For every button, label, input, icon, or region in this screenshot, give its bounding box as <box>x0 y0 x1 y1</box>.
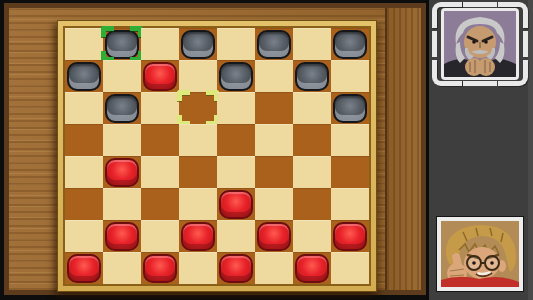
board-cell[interactable] <box>255 92 293 124</box>
board-cell[interactable] <box>217 188 255 220</box>
board-cell[interactable] <box>103 220 141 252</box>
board-cell[interactable] <box>217 252 255 284</box>
black-checker[interactable] <box>333 94 367 123</box>
board-cell[interactable] <box>217 124 255 156</box>
board-cell[interactable] <box>141 220 179 252</box>
board-cell[interactable] <box>331 124 369 156</box>
board-cell[interactable] <box>141 252 179 284</box>
red-checker[interactable] <box>219 254 253 283</box>
board-cell[interactable] <box>179 124 217 156</box>
board-cell[interactable] <box>255 156 293 188</box>
board-cell[interactable] <box>255 28 293 60</box>
red-checker[interactable] <box>181 222 215 251</box>
opponent-portrait-elderly-man-icon <box>441 8 519 80</box>
board-cell[interactable] <box>141 60 179 92</box>
board-cell[interactable] <box>217 60 255 92</box>
board-cell[interactable] <box>293 60 331 92</box>
board-cell[interactable] <box>179 92 217 124</box>
board-cell[interactable] <box>179 220 217 252</box>
black-checker[interactable] <box>181 30 215 59</box>
board-cell[interactable] <box>65 28 103 60</box>
board-cell[interactable] <box>65 220 103 252</box>
board-cell[interactable] <box>179 60 217 92</box>
board-cell[interactable] <box>331 92 369 124</box>
board-cell[interactable] <box>65 60 103 92</box>
board-cell[interactable] <box>331 28 369 60</box>
red-checker[interactable] <box>67 254 101 283</box>
board-cell[interactable] <box>331 252 369 284</box>
board-cell[interactable] <box>65 124 103 156</box>
board-cell[interactable] <box>103 252 141 284</box>
board-cell[interactable] <box>217 92 255 124</box>
player-portrait-boy-thumbs-up-icon <box>441 221 519 287</box>
board-cell[interactable] <box>331 188 369 220</box>
board-cell[interactable] <box>103 124 141 156</box>
board-cell[interactable] <box>141 92 179 124</box>
board-cell[interactable] <box>103 156 141 188</box>
cursor-brackets <box>177 90 219 126</box>
frame-edge <box>523 31 528 57</box>
black-checker[interactable] <box>67 62 101 91</box>
black-checker[interactable] <box>333 30 367 59</box>
black-checker[interactable] <box>295 62 329 91</box>
red-checker[interactable] <box>105 222 139 251</box>
board-cell[interactable] <box>141 156 179 188</box>
frame-edge <box>463 2 497 7</box>
board-cell[interactable] <box>331 220 369 252</box>
board-cell[interactable] <box>179 28 217 60</box>
red-checker[interactable] <box>105 158 139 187</box>
board-cell[interactable] <box>103 92 141 124</box>
board-cell[interactable] <box>255 124 293 156</box>
board-cell[interactable] <box>179 188 217 220</box>
board-cell[interactable] <box>103 188 141 220</box>
frame-edge <box>463 81 497 86</box>
player-portrait-frame <box>436 216 524 292</box>
board-cell[interactable] <box>179 252 217 284</box>
red-checker[interactable] <box>295 254 329 283</box>
red-checker[interactable] <box>143 62 177 91</box>
board-cell[interactable] <box>65 252 103 284</box>
opponent-portrait-frame <box>432 2 528 86</box>
board-cell[interactable] <box>141 124 179 156</box>
checkers-board[interactable] <box>65 28 369 284</box>
board-cell[interactable] <box>293 156 331 188</box>
game-screen <box>0 0 533 300</box>
board-cell[interactable] <box>141 188 179 220</box>
board-cell[interactable] <box>65 92 103 124</box>
black-checker[interactable] <box>105 94 139 123</box>
board-cell[interactable] <box>65 188 103 220</box>
red-checker[interactable] <box>143 254 177 283</box>
red-checker[interactable] <box>333 222 367 251</box>
table-edge <box>385 8 421 290</box>
board-cell[interactable] <box>217 220 255 252</box>
board-cell[interactable] <box>255 60 293 92</box>
side-panel <box>426 0 533 300</box>
board-cell[interactable] <box>293 188 331 220</box>
board-cell[interactable] <box>293 124 331 156</box>
board-cell[interactable] <box>331 156 369 188</box>
black-checker[interactable] <box>257 30 291 59</box>
board-cell[interactable] <box>103 60 141 92</box>
board-cell[interactable] <box>255 188 293 220</box>
board-cell[interactable] <box>103 28 141 60</box>
board-cell[interactable] <box>293 28 331 60</box>
black-checker[interactable] <box>105 30 139 59</box>
board-cell[interactable] <box>255 220 293 252</box>
frame-edge <box>432 31 437 57</box>
board-cell[interactable] <box>65 156 103 188</box>
board-cell[interactable] <box>293 252 331 284</box>
red-checker[interactable] <box>257 222 291 251</box>
checkers-board-frame <box>57 20 377 292</box>
red-checker[interactable] <box>219 190 253 219</box>
board-cell[interactable] <box>293 220 331 252</box>
board-cell[interactable] <box>217 156 255 188</box>
board-cell[interactable] <box>179 156 217 188</box>
board-cell[interactable] <box>141 28 179 60</box>
black-checker[interactable] <box>219 62 253 91</box>
board-cell[interactable] <box>293 92 331 124</box>
board-cell[interactable] <box>331 60 369 92</box>
board-cell[interactable] <box>255 252 293 284</box>
board-cell[interactable] <box>217 28 255 60</box>
